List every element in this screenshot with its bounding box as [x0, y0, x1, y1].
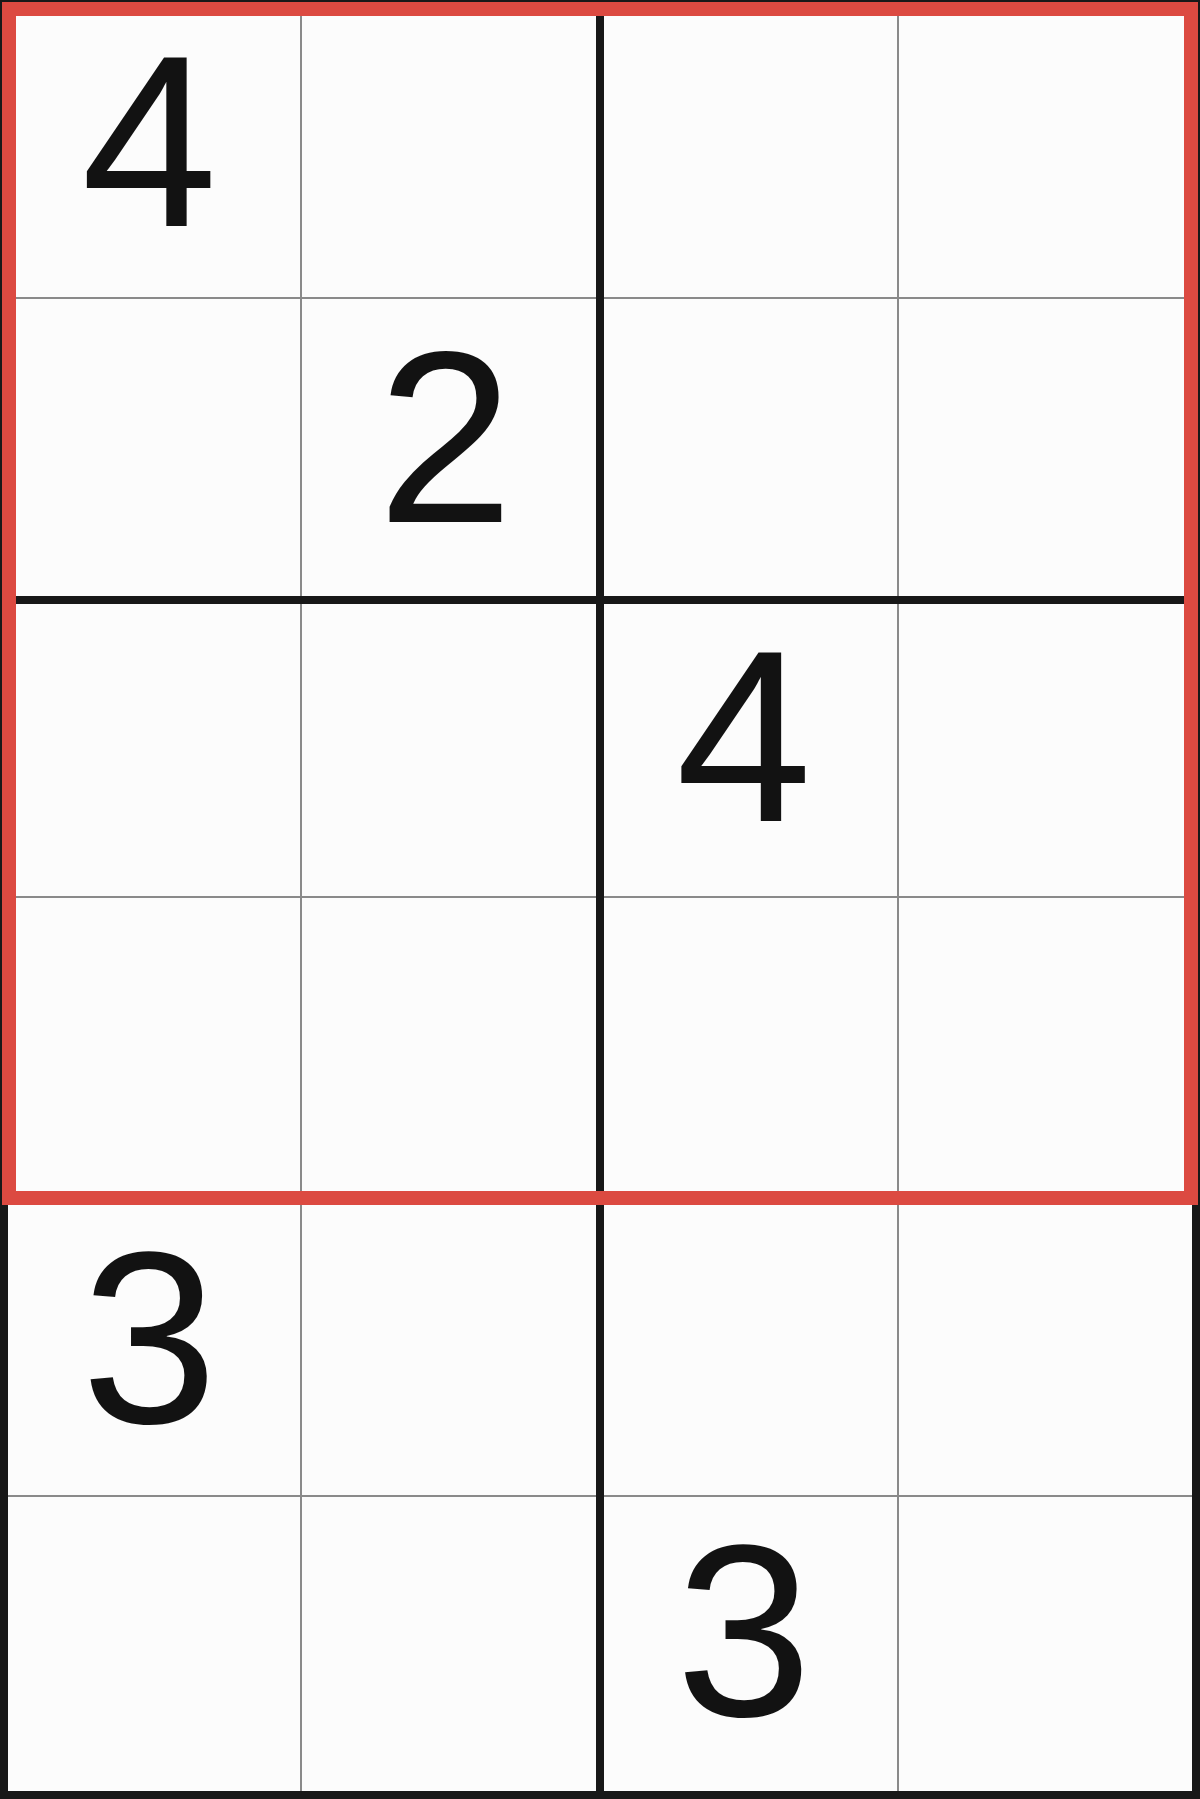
cell-r6c4[interactable] — [898, 1496, 1192, 1790]
cell-r3c3[interactable]: 4 — [600, 600, 898, 897]
cell-r4c1[interactable] — [8, 897, 301, 1205]
cell-r2c3[interactable] — [600, 298, 898, 600]
digit: 4 — [81, 19, 217, 264]
cell-r4c2[interactable] — [301, 897, 600, 1205]
cell-r4c3[interactable] — [600, 897, 898, 1205]
cell-r3c4[interactable] — [898, 600, 1192, 897]
cell-r5c2[interactable] — [301, 1205, 600, 1496]
cell-r4c4[interactable] — [898, 897, 1192, 1205]
cell-r6c3[interactable]: 3 — [600, 1496, 898, 1790]
cell-r1c2[interactable] — [301, 8, 600, 298]
cell-r3c2[interactable] — [301, 600, 600, 897]
digit: 3 — [81, 1216, 217, 1461]
cell-r6c1[interactable] — [8, 1496, 301, 1790]
digit: 2 — [377, 315, 513, 560]
cell-r5c4[interactable] — [898, 1205, 1192, 1496]
digit: 4 — [676, 614, 812, 859]
cell-r5c1[interactable]: 3 — [8, 1205, 301, 1496]
cell-r2c1[interactable] — [8, 298, 301, 600]
digit: 3 — [676, 1509, 812, 1754]
cell-r1c4[interactable] — [898, 8, 1192, 298]
cell-r2c2[interactable]: 2 — [301, 298, 600, 600]
sudoku-board: 42433 — [0, 0, 1200, 1799]
cell-r1c1[interactable]: 4 — [8, 8, 301, 298]
cell-r3c1[interactable] — [8, 600, 301, 897]
cell-r5c3[interactable] — [600, 1205, 898, 1496]
cell-r2c4[interactable] — [898, 298, 1192, 600]
cell-r6c2[interactable] — [301, 1496, 600, 1790]
cell-r1c3[interactable] — [600, 8, 898, 298]
